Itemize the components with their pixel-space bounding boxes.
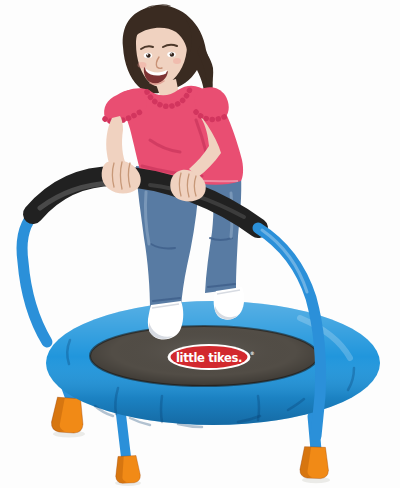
logo-text: little tikes. — [176, 350, 242, 365]
trampoline-scene: little tikes. ® — [0, 0, 400, 488]
girl-left-cheek — [138, 62, 147, 68]
girl-right-cheek — [173, 58, 181, 64]
girl-left-eye — [144, 53, 152, 59]
photo-canvas: little tikes. ® — [0, 0, 400, 488]
girl-right-eye — [167, 52, 175, 58]
logo-registered-mark: ® — [250, 351, 254, 356]
